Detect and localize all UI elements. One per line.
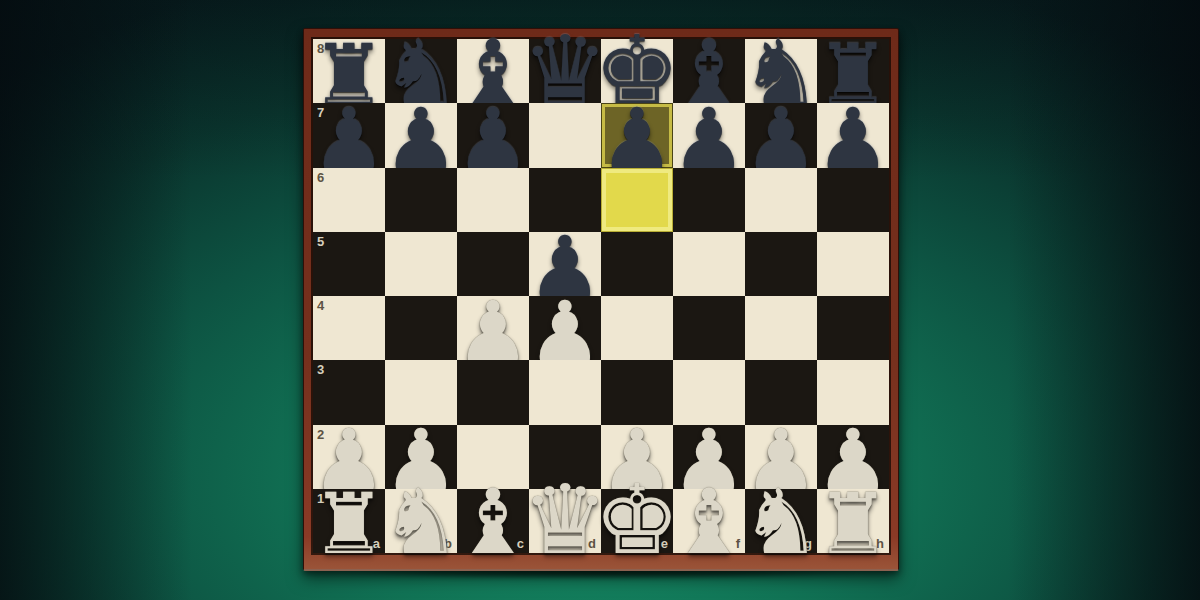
board-grid: 8♜♞♝♛♚♝♞♜7♟♟♟♟♟♟♟65♟4♟♟32♟♟♟♟♟♟1a♜b♞c♝d♛… — [313, 39, 889, 553]
square-h6[interactable] — [817, 168, 889, 232]
square-b4[interactable] — [385, 296, 457, 360]
piece-white-knight-b1[interactable]: ♞ — [381, 477, 462, 567]
square-f4[interactable] — [673, 296, 745, 360]
square-b1[interactable]: b♞ — [385, 489, 457, 553]
square-a6[interactable]: 6 — [313, 168, 385, 232]
square-d8[interactable]: ♛ — [529, 39, 601, 103]
square-f5[interactable] — [673, 232, 745, 296]
square-e7[interactable]: ♟ — [601, 103, 673, 167]
square-c7[interactable]: ♟ — [457, 103, 529, 167]
square-c3[interactable] — [457, 360, 529, 424]
square-a1[interactable]: 1a♜ — [313, 489, 385, 553]
piece-white-bishop-f1[interactable]: ♝ — [669, 477, 750, 567]
square-g6[interactable] — [745, 168, 817, 232]
square-c4[interactable]: ♟ — [457, 296, 529, 360]
square-b5[interactable] — [385, 232, 457, 296]
square-e6[interactable] — [601, 168, 673, 232]
rank-label-5: 5 — [317, 235, 324, 248]
background: { "game": "chess", "position": { "fen": … — [0, 0, 1200, 600]
square-e1[interactable]: e♚ — [601, 489, 673, 553]
square-a4[interactable]: 4 — [313, 296, 385, 360]
square-g5[interactable] — [745, 232, 817, 296]
piece-white-knight-g1[interactable]: ♞ — [741, 477, 822, 567]
square-g1[interactable]: g♞ — [745, 489, 817, 553]
chess-board: 8♜♞♝♛♚♝♞♜7♟♟♟♟♟♟♟65♟4♟♟32♟♟♟♟♟♟1a♜b♞c♝d♛… — [303, 28, 899, 571]
rank-label-6: 6 — [317, 171, 324, 184]
square-f7[interactable]: ♟ — [673, 103, 745, 167]
square-h4[interactable] — [817, 296, 889, 360]
rank-label-4: 4 — [317, 299, 324, 312]
square-h7[interactable]: ♟ — [817, 103, 889, 167]
square-g7[interactable]: ♟ — [745, 103, 817, 167]
square-a5[interactable]: 5 — [313, 232, 385, 296]
square-c1[interactable]: c♝ — [457, 489, 529, 553]
square-e4[interactable] — [601, 296, 673, 360]
square-b7[interactable]: ♟ — [385, 103, 457, 167]
square-h1[interactable]: h♜ — [817, 489, 889, 553]
square-d1[interactable]: d♛ — [529, 489, 601, 553]
piece-white-rook-a1[interactable]: ♜ — [311, 482, 386, 566]
square-d4[interactable]: ♟ — [529, 296, 601, 360]
square-e5[interactable] — [601, 232, 673, 296]
rank-label-3: 3 — [317, 363, 324, 376]
square-b6[interactable] — [385, 168, 457, 232]
square-f1[interactable]: f♝ — [673, 489, 745, 553]
square-g4[interactable] — [745, 296, 817, 360]
square-c6[interactable] — [457, 168, 529, 232]
square-d7[interactable] — [529, 103, 601, 167]
square-a7[interactable]: 7♟ — [313, 103, 385, 167]
piece-white-king-e1[interactable]: ♚ — [594, 472, 680, 568]
square-h5[interactable] — [817, 232, 889, 296]
square-d3[interactable] — [529, 360, 601, 424]
piece-white-rook-h1[interactable]: ♜ — [815, 482, 890, 566]
square-f6[interactable] — [673, 168, 745, 232]
